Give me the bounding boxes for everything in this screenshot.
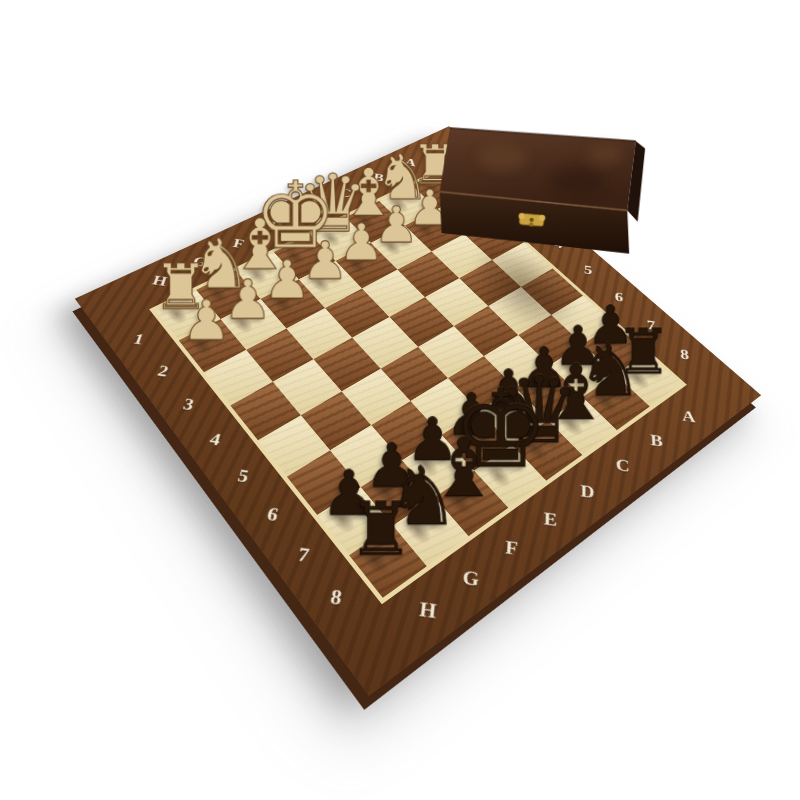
box-front-edge-highlight xyxy=(440,192,628,211)
file-label-rank1-f: F xyxy=(232,236,247,251)
file-label-rank1-e: E xyxy=(269,219,284,234)
file-label-rank1-c: C xyxy=(339,186,353,200)
square-a3 xyxy=(464,217,523,260)
square-b1: ♞ xyxy=(379,185,437,226)
square-d2: ♟ xyxy=(336,243,398,288)
square-d3 xyxy=(362,270,425,318)
square-d1: ♛ xyxy=(310,217,371,260)
box-top-face xyxy=(440,128,636,211)
board-inlay-frame: ♜♟♟♜♞♟♟♞♝♟♟♝♛♟♟♛♚♟♟♚♝♟♟♝♞♟♟♞♜♟♟♜ xyxy=(149,167,687,604)
piece-shadow xyxy=(412,175,449,202)
file-label-rank1-b: B xyxy=(373,171,386,185)
piece-shadow xyxy=(274,240,314,271)
square-c3 xyxy=(397,251,459,297)
piece-shadow xyxy=(438,198,476,227)
square-b4 xyxy=(459,260,521,306)
piece-white-pawn: ♟ xyxy=(182,293,232,348)
chessboard: ♜♟♟♜♞♟♟♞♝♟♟♝♛♟♟♛♚♟♟♚♝♟♟♝♞♟♟♞♜♟♟♜ 1122334… xyxy=(75,126,761,695)
file-label-rank1-a: A xyxy=(404,156,417,169)
piece-white-pawn: ♟ xyxy=(302,235,349,287)
piece-shadow xyxy=(371,231,410,262)
piece-white-pawn: ♟ xyxy=(339,217,385,268)
rank-label-afile-1: 1 xyxy=(471,165,480,178)
square-e3 xyxy=(325,288,389,337)
piece-white-king: ♚ xyxy=(254,169,337,262)
square-a2: ♟ xyxy=(437,193,495,234)
square-c2: ♟ xyxy=(371,226,432,270)
rank-label-afile-3: 3 xyxy=(525,212,534,226)
wooden-box xyxy=(437,120,653,289)
square-e1: ♚ xyxy=(274,234,336,279)
piece-shadow xyxy=(346,206,385,235)
square-a5 xyxy=(521,269,583,315)
piece-shadow xyxy=(380,190,418,218)
rank-label-afile-2: 2 xyxy=(498,188,507,201)
square-b3 xyxy=(431,234,492,278)
square-c4 xyxy=(425,278,488,326)
piece-shadow xyxy=(336,249,376,281)
square-d4 xyxy=(389,297,453,347)
piece-white-pawn: ♟ xyxy=(374,200,419,250)
piece-shadow xyxy=(311,223,350,253)
square-e2: ♟ xyxy=(299,261,362,308)
square-c1: ♝ xyxy=(345,201,404,243)
square-a1: ♜ xyxy=(412,170,469,209)
square-b2: ♟ xyxy=(405,209,464,251)
scene: ♜♟♟♜♞♟♟♞♝♟♟♝♛♟♟♛♚♟♟♚♝♟♟♝♞♟♟♞♜♟♟♜ 1122334… xyxy=(141,70,694,623)
square-c5 xyxy=(454,306,518,356)
rank-label-afile-6: 6 xyxy=(614,289,623,305)
rank-label-afile-5: 5 xyxy=(584,262,592,277)
square-b5 xyxy=(488,287,551,335)
rank-label-afile-8: 8 xyxy=(679,346,689,363)
piece-white-pawn: ♟ xyxy=(408,183,452,232)
piece-shadow xyxy=(300,267,341,300)
piece-shadow xyxy=(405,215,444,245)
chess-set-photo: ♜♟♟♜♞♟♟♞♝♟♟♝♛♟♟♛♚♟♟♚♝♟♟♝♞♟♟♞♜♟♟♜ 1122334… xyxy=(0,0,800,800)
square-a4 xyxy=(492,242,553,286)
box-front-face xyxy=(440,192,630,254)
box-right-face xyxy=(627,141,645,222)
rank-label-afile-4: 4 xyxy=(554,237,562,252)
box-back-edge xyxy=(450,128,636,141)
file-label-rank1-d: D xyxy=(304,202,319,217)
piece-white-rook: ♜ xyxy=(411,138,459,192)
piece-black-rook: ♜ xyxy=(348,492,414,565)
